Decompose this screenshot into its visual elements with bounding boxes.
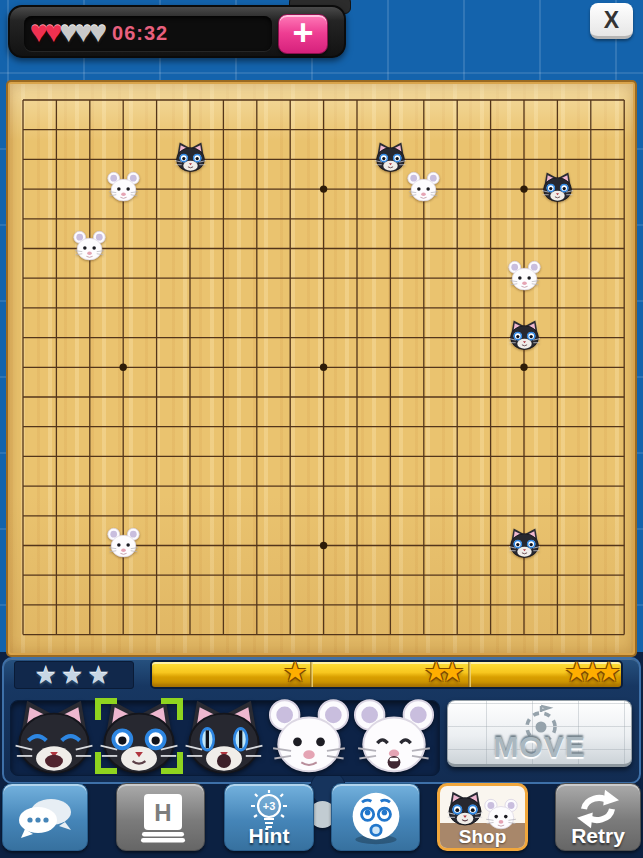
score-stars: ★★★ bbox=[34, 661, 113, 689]
milestone-1-star: ★ bbox=[283, 658, 307, 686]
retry-button[interactable]: Retry bbox=[555, 783, 641, 851]
handbook-button[interactable]: H bbox=[116, 783, 205, 851]
hint-label: Hint bbox=[225, 824, 313, 848]
tray-face-mouse-closed[interactable] bbox=[353, 697, 435, 779]
tray-face-cat-wink[interactable] bbox=[13, 697, 95, 779]
hint-badge: +3 bbox=[263, 800, 276, 812]
game-screen: ▲ ♥♥ ♥♥♥ 06:32 + X ★★★ ★ ★★ ★★★ bbox=[0, 0, 643, 858]
lives-bar: ♥♥ ♥♥♥ 06:32 + bbox=[8, 5, 346, 58]
milestone-2-stars: ★★ bbox=[424, 658, 464, 686]
tray-face-cat-slit[interactable] bbox=[183, 697, 265, 779]
stone-white-mouse[interactable] bbox=[508, 260, 541, 293]
surprised-face-icon bbox=[346, 791, 406, 847]
stone-black-cat[interactable] bbox=[174, 141, 207, 174]
hearts-filled: ♥♥ bbox=[30, 17, 60, 47]
close-button[interactable]: X bbox=[590, 3, 633, 39]
emote-button[interactable] bbox=[331, 783, 420, 851]
hearts-empty: ♥♥♥ bbox=[60, 17, 104, 47]
shop-label: Shop bbox=[440, 826, 525, 848]
chat-button[interactable] bbox=[2, 783, 88, 851]
stone-black-cat[interactable] bbox=[374, 141, 407, 174]
milestone-3-stars: ★★★ bbox=[564, 658, 621, 686]
move-button[interactable]: MOVE bbox=[447, 700, 632, 767]
score-star-box: ★★★ bbox=[14, 661, 134, 689]
hint-button[interactable]: +3 Hint bbox=[224, 783, 314, 851]
stone-black-cat[interactable] bbox=[541, 171, 574, 204]
svg-text:H: H bbox=[154, 799, 171, 826]
tray-face-mouse-open[interactable] bbox=[268, 697, 350, 779]
stone-white-mouse[interactable] bbox=[107, 171, 140, 204]
retry-label: Retry bbox=[556, 824, 640, 848]
shop-button[interactable]: Shop bbox=[437, 783, 528, 851]
shop-cat-icon bbox=[446, 790, 484, 828]
stone-black-cat[interactable] bbox=[508, 527, 541, 560]
chat-bubbles-icon bbox=[13, 794, 77, 844]
add-lives-button[interactable]: + bbox=[278, 14, 328, 54]
tray-face-cat-open[interactable] bbox=[98, 697, 180, 779]
progress-divider-2 bbox=[468, 662, 471, 687]
lives-timer: 06:32 bbox=[112, 22, 168, 45]
progress-bar: ★ ★★ ★★★ bbox=[150, 660, 623, 689]
lives-panel: ♥♥ ♥♥♥ 06:32 bbox=[24, 16, 272, 51]
move-label: MOVE bbox=[448, 730, 631, 764]
stone-white-mouse[interactable] bbox=[407, 171, 440, 204]
progress-divider-1 bbox=[310, 662, 313, 687]
stone-black-cat[interactable] bbox=[508, 319, 541, 352]
stone-white-mouse[interactable] bbox=[107, 527, 140, 560]
handbook-icon: H bbox=[129, 790, 193, 846]
stone-white-mouse[interactable] bbox=[73, 230, 106, 263]
go-board[interactable] bbox=[8, 82, 635, 655]
